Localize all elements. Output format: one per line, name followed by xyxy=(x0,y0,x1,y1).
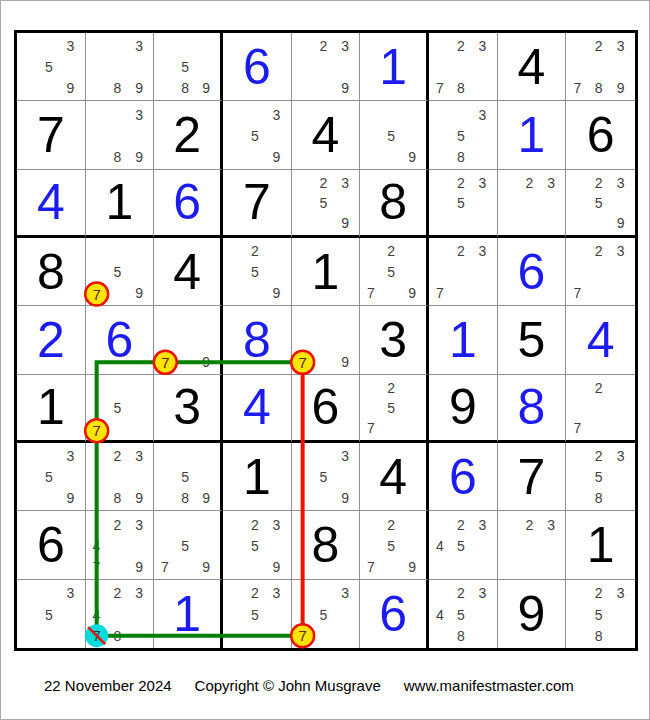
pencil-mark-2: 2 xyxy=(595,244,603,258)
pencil-mark-2: 2 xyxy=(114,518,122,532)
cell-r4c6[interactable]: 2579 xyxy=(360,238,429,306)
cell-r5c1[interactable]: 2 xyxy=(17,306,86,374)
pencil-mark-3: 3 xyxy=(341,39,349,53)
pencil-mark-7: 7 xyxy=(573,421,581,435)
pencil-mark-9: 9 xyxy=(202,560,210,574)
pencil-mark-2: 2 xyxy=(457,586,465,600)
pencil-mark-8: 8 xyxy=(181,491,189,505)
cell-r7c4[interactable]: 1 xyxy=(223,443,292,511)
cell-r5c2[interactable]: 6 xyxy=(86,306,155,374)
pencil-mark-7: 7 xyxy=(161,560,169,574)
pencil-mark-9: 9 xyxy=(135,81,143,95)
pencil-mark-9: 9 xyxy=(408,286,416,300)
pencil-mark-3: 3 xyxy=(547,518,555,532)
cell-r2c7[interactable]: 358 xyxy=(429,101,498,169)
cell-r2c8[interactable]: 1 xyxy=(498,101,567,169)
pencil-mark-2: 2 xyxy=(526,176,534,190)
footer-date: 22 November 2024 xyxy=(44,677,172,694)
cell-r5c9[interactable]: 4 xyxy=(566,306,635,374)
pencil-mark-3: 3 xyxy=(67,39,75,53)
cell-r9c7[interactable]: 23458 xyxy=(429,580,498,648)
footer-website: www.manifestmaster.com xyxy=(404,677,574,694)
given-digit: 4 xyxy=(379,452,407,502)
cell-r6c3[interactable]: 3 xyxy=(154,375,223,443)
cell-r8c1[interactable]: 6 xyxy=(17,511,86,579)
pencil-mark-5: 5 xyxy=(45,470,53,484)
pencil-mark-3: 3 xyxy=(479,108,487,122)
pencil-mark-3: 3 xyxy=(479,176,487,190)
cell-r9c4[interactable]: 235 xyxy=(223,580,292,648)
pencil-mark-8: 8 xyxy=(595,629,603,643)
pencil-mark-5: 5 xyxy=(387,539,395,553)
pencil-mark-8: 8 xyxy=(457,81,465,95)
cell-r2c5[interactable]: 4 xyxy=(292,101,361,169)
given-digit: 1 xyxy=(243,452,271,502)
pencil-mark-5: 5 xyxy=(320,470,328,484)
pencil-mark-5: 5 xyxy=(251,539,259,553)
cell-r4c2[interactable]: 579 xyxy=(86,238,155,306)
pencil-mark-3: 3 xyxy=(479,586,487,600)
given-digit: 4 xyxy=(173,247,201,297)
cell-r9c1[interactable]: 35 xyxy=(17,580,86,648)
pencil-mark-3: 3 xyxy=(479,244,487,258)
pencil-mark-5: 5 xyxy=(457,196,465,210)
sudoku-board: 3593895896239123784237897389235945935816… xyxy=(14,30,638,651)
cell-r2c6[interactable]: 59 xyxy=(360,101,429,169)
pencil-mark-3: 3 xyxy=(617,586,625,600)
cell-r4c8[interactable]: 6 xyxy=(498,238,567,306)
cell-r9c5[interactable]: 357 xyxy=(292,580,361,648)
pencil-mark-3: 3 xyxy=(617,39,625,53)
pencil-mark-3: 3 xyxy=(67,586,75,600)
pencil-mark-9: 9 xyxy=(617,216,625,230)
pencil-mark-2: 2 xyxy=(457,176,465,190)
pencil-mark-9: 9 xyxy=(202,355,210,369)
pencil-mark-7: 7 xyxy=(436,286,444,300)
cell-r5c5[interactable]: 79 xyxy=(292,306,361,374)
pencil-mark-2: 2 xyxy=(251,518,259,532)
pencil-mark-9: 9 xyxy=(67,491,75,505)
cell-r5c6[interactable]: 3 xyxy=(360,306,429,374)
given-digit: 6 xyxy=(587,110,615,160)
cell-r9c3[interactable]: 1 xyxy=(154,580,223,648)
cell-r7c5[interactable]: 359 xyxy=(292,443,361,511)
pencil-mark-9: 9 xyxy=(341,355,349,369)
pencil-mark-7: 7 xyxy=(367,421,375,435)
cell-r9c2[interactable]: 23478 xyxy=(86,580,155,648)
given-digit: 1 xyxy=(106,177,134,227)
cell-r4c4[interactable]: 259 xyxy=(223,238,292,306)
pencil-mark-5: 5 xyxy=(595,196,603,210)
pencil-mark-4: 4 xyxy=(436,539,444,553)
solved-digit: 6 xyxy=(243,42,271,92)
cell-r8c5[interactable]: 8 xyxy=(292,511,361,579)
sudoku-app-page: 3593895896239123784237897389235945935816… xyxy=(0,0,650,720)
pencil-mark-5: 5 xyxy=(114,265,122,279)
cell-r8c2[interactable]: 23479 xyxy=(86,511,155,579)
given-digit: 8 xyxy=(312,520,340,570)
pencil-mark-3: 3 xyxy=(341,176,349,190)
cell-r7c1[interactable]: 359 xyxy=(17,443,86,511)
pencil-mark-3: 3 xyxy=(617,176,625,190)
cell-r7c2[interactable]: 2389 xyxy=(86,443,155,511)
pencil-mark-5: 5 xyxy=(320,196,328,210)
pencil-mark-2: 2 xyxy=(457,244,465,258)
pencil-mark-7: 7 xyxy=(93,421,101,435)
pencil-mark-2: 2 xyxy=(114,449,122,463)
footer: 22 November 2024Copyright © John Musgrav… xyxy=(44,677,597,694)
pencil-mark-5: 5 xyxy=(45,60,53,74)
pencil-mark-5: 5 xyxy=(251,129,259,143)
pencil-mark-9: 9 xyxy=(273,150,281,164)
pencil-mark-7: 7 xyxy=(436,81,444,95)
cell-r3c3[interactable]: 6 xyxy=(154,170,223,238)
pencil-mark-3: 3 xyxy=(341,449,349,463)
pencil-mark-8: 8 xyxy=(114,491,122,505)
pencil-mark-2: 2 xyxy=(114,586,122,600)
pencil-mark-5: 5 xyxy=(595,608,603,622)
given-digit: 5 xyxy=(518,315,546,365)
given-digit: 8 xyxy=(379,177,407,227)
pencil-mark-2: 2 xyxy=(387,244,395,258)
cell-r2c1[interactable]: 7 xyxy=(17,101,86,169)
pencil-mark-8: 8 xyxy=(595,491,603,505)
pencil-mark-7: 7 xyxy=(93,286,101,300)
cell-r7c8[interactable]: 7 xyxy=(498,443,567,511)
pencil-mark-8: 8 xyxy=(181,81,189,95)
pencil-mark-9: 9 xyxy=(202,491,210,505)
pencil-mark-2: 2 xyxy=(457,518,465,532)
cell-r7c7[interactable]: 6 xyxy=(429,443,498,511)
cell-r5c8[interactable]: 5 xyxy=(498,306,567,374)
pencil-mark-7: 7 xyxy=(93,629,101,643)
cell-r6c1[interactable]: 1 xyxy=(17,375,86,443)
pencil-mark-2: 2 xyxy=(251,586,259,600)
pencil-mark-2: 2 xyxy=(251,244,259,258)
given-digit: 4 xyxy=(312,110,340,160)
cell-r2c3[interactable]: 2 xyxy=(154,101,223,169)
pencil-mark-3: 3 xyxy=(617,449,625,463)
cell-r9c8[interactable]: 9 xyxy=(498,580,567,648)
solved-digit: 2 xyxy=(37,315,65,365)
cell-r3c1[interactable]: 4 xyxy=(17,170,86,238)
pencil-mark-8: 8 xyxy=(457,150,465,164)
pencil-mark-7: 7 xyxy=(573,286,581,300)
pencil-mark-9: 9 xyxy=(617,81,625,95)
solved-digit: 4 xyxy=(243,382,271,432)
given-digit: 3 xyxy=(173,382,201,432)
pencil-mark-7: 7 xyxy=(93,560,101,574)
pencil-mark-5: 5 xyxy=(457,608,465,622)
given-digit: 3 xyxy=(379,315,407,365)
cell-r3c6[interactable]: 8 xyxy=(360,170,429,238)
solved-digit: 6 xyxy=(106,315,134,365)
footer-copyright: Copyright © John Musgrave xyxy=(195,677,381,694)
given-digit: 7 xyxy=(243,177,271,227)
given-digit: 8 xyxy=(37,247,65,297)
pencil-mark-3: 3 xyxy=(135,449,143,463)
solved-digit: 6 xyxy=(518,247,546,297)
solved-digit: 1 xyxy=(379,42,407,92)
pencil-mark-8: 8 xyxy=(114,81,122,95)
pencil-mark-3: 3 xyxy=(273,518,281,532)
cell-r6c4[interactable]: 4 xyxy=(223,375,292,443)
pencil-mark-4: 4 xyxy=(436,608,444,622)
cell-r7c9[interactable]: 2358 xyxy=(566,443,635,511)
pencil-mark-3: 3 xyxy=(67,449,75,463)
pencil-mark-5: 5 xyxy=(181,539,189,553)
pencil-mark-2: 2 xyxy=(457,39,465,53)
pencil-mark-7: 7 xyxy=(299,629,307,643)
cell-r1c5[interactable]: 239 xyxy=(292,33,361,101)
solved-digit: 8 xyxy=(518,382,546,432)
pencil-mark-9: 9 xyxy=(273,286,281,300)
pencil-mark-2: 2 xyxy=(320,176,328,190)
cell-r1c1[interactable]: 359 xyxy=(17,33,86,101)
cell-r8c8[interactable]: 23 xyxy=(498,511,567,579)
pencil-mark-3: 3 xyxy=(273,586,281,600)
solved-digit: 1 xyxy=(518,110,546,160)
cell-r5c3[interactable]: 79 xyxy=(154,306,223,374)
cell-r6c9[interactable]: 27 xyxy=(566,375,635,443)
pencil-mark-8: 8 xyxy=(114,150,122,164)
pencil-mark-5: 5 xyxy=(251,608,259,622)
pencil-mark-5: 5 xyxy=(387,265,395,279)
cell-r8c6[interactable]: 2579 xyxy=(360,511,429,579)
pencil-mark-5: 5 xyxy=(457,539,465,553)
pencil-mark-2: 2 xyxy=(526,518,534,532)
pencil-mark-9: 9 xyxy=(408,560,416,574)
given-digit: 2 xyxy=(173,110,201,160)
cell-r7c6[interactable]: 4 xyxy=(360,443,429,511)
pencil-mark-2: 2 xyxy=(320,39,328,53)
pencil-mark-3: 3 xyxy=(273,108,281,122)
given-digit: 9 xyxy=(518,589,546,639)
pencil-mark-9: 9 xyxy=(135,150,143,164)
given-digit: 6 xyxy=(312,382,340,432)
cell-r6c5[interactable]: 6 xyxy=(292,375,361,443)
pencil-mark-5: 5 xyxy=(45,608,53,622)
cell-r2c2[interactable]: 389 xyxy=(86,101,155,169)
cell-r1c2[interactable]: 389 xyxy=(86,33,155,101)
cell-r3c8[interactable]: 23 xyxy=(498,170,567,238)
pencil-mark-8: 8 xyxy=(114,629,122,643)
cell-r1c8[interactable]: 4 xyxy=(498,33,567,101)
cell-r6c7[interactable]: 9 xyxy=(429,375,498,443)
pencil-mark-2: 2 xyxy=(387,518,395,532)
pencil-mark-4: 4 xyxy=(93,608,101,622)
pencil-mark-7: 7 xyxy=(367,286,375,300)
cell-r3c7[interactable]: 235 xyxy=(429,170,498,238)
cell-r8c9[interactable]: 1 xyxy=(566,511,635,579)
cell-r7c3[interactable]: 589 xyxy=(154,443,223,511)
pencil-mark-8: 8 xyxy=(595,81,603,95)
pencil-mark-4: 4 xyxy=(93,539,101,553)
pencil-mark-5: 5 xyxy=(181,470,189,484)
given-digit: 6 xyxy=(37,520,65,570)
cell-r5c4[interactable]: 8 xyxy=(223,306,292,374)
pencil-mark-5: 5 xyxy=(181,60,189,74)
pencil-mark-3: 3 xyxy=(135,586,143,600)
solved-digit: 8 xyxy=(243,315,271,365)
solved-digit: 6 xyxy=(379,589,407,639)
pencil-mark-3: 3 xyxy=(341,586,349,600)
pencil-mark-3: 3 xyxy=(135,39,143,53)
cell-r4c5[interactable]: 1 xyxy=(292,238,361,306)
cell-r2c9[interactable]: 6 xyxy=(566,101,635,169)
cell-r4c7[interactable]: 237 xyxy=(429,238,498,306)
cell-r1c6[interactable]: 1 xyxy=(360,33,429,101)
pencil-mark-5: 5 xyxy=(387,401,395,415)
cell-r8c4[interactable]: 2359 xyxy=(223,511,292,579)
solved-digit: 4 xyxy=(37,177,65,227)
pencil-mark-5: 5 xyxy=(387,129,395,143)
pencil-mark-5: 5 xyxy=(114,401,122,415)
pencil-mark-3: 3 xyxy=(135,108,143,122)
cell-r2c4[interactable]: 359 xyxy=(223,101,292,169)
cell-r1c3[interactable]: 589 xyxy=(154,33,223,101)
cell-r6c8[interactable]: 8 xyxy=(498,375,567,443)
pencil-mark-7: 7 xyxy=(161,355,169,369)
pencil-mark-2: 2 xyxy=(595,381,603,395)
pencil-mark-3: 3 xyxy=(479,518,487,532)
pencil-mark-3: 3 xyxy=(479,39,487,53)
cell-r1c4[interactable]: 6 xyxy=(223,33,292,101)
cell-r3c5[interactable]: 2359 xyxy=(292,170,361,238)
given-digit: 9 xyxy=(449,382,477,432)
pencil-mark-3: 3 xyxy=(547,176,555,190)
pencil-mark-5: 5 xyxy=(457,129,465,143)
pencil-mark-9: 9 xyxy=(408,150,416,164)
pencil-mark-7: 7 xyxy=(573,81,581,95)
given-digit: 1 xyxy=(37,382,65,432)
given-digit: 1 xyxy=(312,247,340,297)
cell-r8c3[interactable]: 579 xyxy=(154,511,223,579)
pencil-mark-9: 9 xyxy=(341,81,349,95)
pencil-mark-9: 9 xyxy=(202,81,210,95)
pencil-mark-9: 9 xyxy=(67,81,75,95)
cell-r3c2[interactable]: 1 xyxy=(86,170,155,238)
pencil-mark-9: 9 xyxy=(135,560,143,574)
cell-r5c7[interactable]: 1 xyxy=(429,306,498,374)
solved-digit: 4 xyxy=(587,315,615,365)
pencil-mark-2: 2 xyxy=(387,381,395,395)
pencil-mark-9: 9 xyxy=(341,216,349,230)
pencil-mark-7: 7 xyxy=(299,355,307,369)
given-digit: 4 xyxy=(518,42,546,92)
cell-r1c7[interactable]: 2378 xyxy=(429,33,498,101)
pencil-mark-2: 2 xyxy=(595,39,603,53)
cell-r9c9[interactable]: 2358 xyxy=(566,580,635,648)
cell-r3c4[interactable]: 7 xyxy=(223,170,292,238)
given-digit: 7 xyxy=(37,110,65,160)
cell-r6c2[interactable]: 57 xyxy=(86,375,155,443)
pencil-mark-9: 9 xyxy=(341,491,349,505)
pencil-mark-3: 3 xyxy=(617,244,625,258)
cell-r4c1[interactable]: 8 xyxy=(17,238,86,306)
cell-r4c3[interactable]: 4 xyxy=(154,238,223,306)
cell-r3c9[interactable]: 2359 xyxy=(566,170,635,238)
solved-digit: 1 xyxy=(449,315,477,365)
pencil-mark-2: 2 xyxy=(595,176,603,190)
cell-r1c9[interactable]: 23789 xyxy=(566,33,635,101)
pencil-mark-3: 3 xyxy=(135,518,143,532)
pencil-mark-8: 8 xyxy=(457,629,465,643)
pencil-mark-9: 9 xyxy=(135,491,143,505)
pencil-mark-2: 2 xyxy=(595,586,603,600)
solved-digit: 6 xyxy=(449,452,477,502)
pencil-mark-2: 2 xyxy=(595,449,603,463)
solved-digit: 1 xyxy=(173,589,201,639)
pencil-mark-9: 9 xyxy=(135,286,143,300)
cell-r4c9[interactable]: 237 xyxy=(566,238,635,306)
pencil-mark-5: 5 xyxy=(251,265,259,279)
pencil-mark-9: 9 xyxy=(273,560,281,574)
given-digit: 7 xyxy=(518,452,546,502)
solved-digit: 6 xyxy=(173,177,201,227)
given-digit: 1 xyxy=(587,520,615,570)
pencil-mark-7: 7 xyxy=(367,560,375,574)
cell-r8c7[interactable]: 2345 xyxy=(429,511,498,579)
pencil-mark-5: 5 xyxy=(320,608,328,622)
cell-r9c6[interactable]: 6 xyxy=(360,580,429,648)
pencil-mark-5: 5 xyxy=(595,470,603,484)
cell-r6c6[interactable]: 257 xyxy=(360,375,429,443)
